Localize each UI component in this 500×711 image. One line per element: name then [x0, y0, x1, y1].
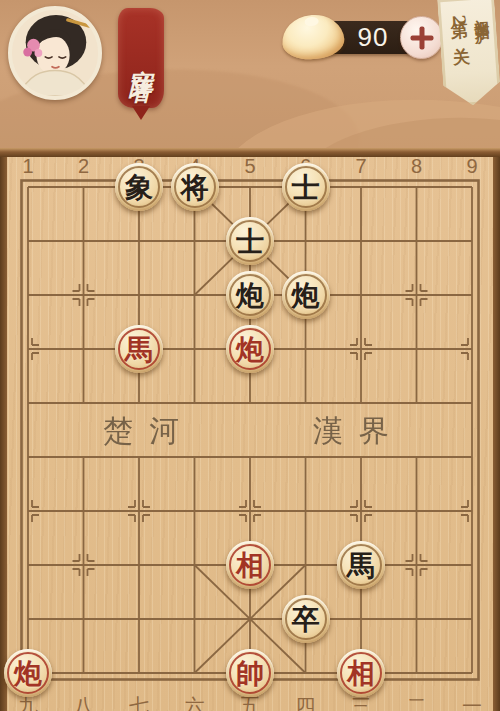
- piece-red-horse[interactable]: 馬: [115, 325, 163, 373]
- level-banner: 第2关 初出茅庐: [437, 0, 500, 107]
- piece-red-cannon[interactable]: 炮: [4, 649, 52, 697]
- header: 守阵者 90 第2关 初出茅庐: [0, 0, 500, 148]
- file-label-bottom: 八: [64, 696, 104, 711]
- file-label-bottom: 四: [286, 696, 326, 711]
- plus-icon: [410, 26, 433, 49]
- piece-black-advisor[interactable]: 士: [226, 217, 274, 265]
- add-currency-button[interactable]: [400, 16, 443, 59]
- file-label-top: 7: [341, 156, 381, 176]
- bun-icon: [280, 12, 346, 61]
- piece-glyph: 相: [347, 660, 375, 688]
- game-screen: 守阵者 90 第2关 初出茅庐 楚河 漢界 123456789九八七六五四三二一…: [0, 0, 500, 711]
- file-label-bottom: 五: [230, 696, 270, 711]
- currency-value: 90: [344, 21, 402, 54]
- file-label-bottom: 九: [8, 696, 48, 711]
- river-label-right: 漢界: [313, 411, 405, 452]
- xiangqi-board[interactable]: 楚河 漢界 123456789九八七六五四三二一 象将士士炮炮馬炮相馬卒炮帥相: [0, 148, 500, 711]
- file-label-top: 2: [64, 156, 104, 176]
- piece-glyph: 炮: [292, 282, 320, 310]
- player-avatar[interactable]: [8, 6, 102, 100]
- piece-glyph: 象: [125, 174, 153, 202]
- piece-glyph: 卒: [292, 606, 320, 634]
- file-label-bottom: 七: [119, 696, 159, 711]
- piece-black-cannon[interactable]: 炮: [226, 271, 274, 319]
- board-right-edge: [493, 148, 500, 711]
- currency-pill: 90: [296, 21, 422, 54]
- piece-black-soldier[interactable]: 卒: [282, 595, 330, 643]
- piece-black-advisor[interactable]: 士: [282, 163, 330, 211]
- piece-glyph: 帥: [236, 660, 264, 688]
- piece-glyph: 炮: [236, 336, 264, 364]
- file-label-top: 5: [230, 156, 270, 176]
- file-label-bottom: 三: [341, 696, 381, 711]
- file-label-bottom: 六: [175, 696, 215, 711]
- piece-black-horse[interactable]: 馬: [337, 541, 385, 589]
- piece-glyph: 炮: [14, 660, 42, 688]
- piece-black-general[interactable]: 将: [171, 163, 219, 211]
- piece-glyph: 炮: [236, 282, 264, 310]
- piece-glyph: 相: [236, 552, 264, 580]
- board-top-bevel: [0, 148, 500, 157]
- piece-glyph: 馬: [125, 336, 153, 364]
- player-role-label: 守阵者: [130, 51, 153, 66]
- board-left-edge: [0, 148, 7, 711]
- piece-glyph: 馬: [347, 552, 375, 580]
- avatar-illustration: [12, 10, 98, 96]
- file-label-bottom: 二: [397, 696, 437, 711]
- river-label-left: 楚河: [103, 411, 195, 452]
- file-label-top: 8: [397, 156, 437, 176]
- piece-red-general[interactable]: 帥: [226, 649, 274, 697]
- piece-red-cannon[interactable]: 炮: [226, 325, 274, 373]
- piece-glyph: 将: [181, 174, 209, 202]
- piece-glyph: 士: [236, 228, 264, 256]
- piece-black-elephant[interactable]: 象: [115, 163, 163, 211]
- player-role-banner: 守阵者: [118, 8, 164, 108]
- file-label-top: 9: [452, 156, 492, 176]
- file-label-top: 1: [8, 156, 48, 176]
- file-label-bottom: 一: [452, 696, 492, 711]
- piece-red-elephant[interactable]: 相: [226, 541, 274, 589]
- piece-red-elephant[interactable]: 相: [337, 649, 385, 697]
- piece-glyph: 士: [292, 174, 320, 202]
- piece-black-cannon[interactable]: 炮: [282, 271, 330, 319]
